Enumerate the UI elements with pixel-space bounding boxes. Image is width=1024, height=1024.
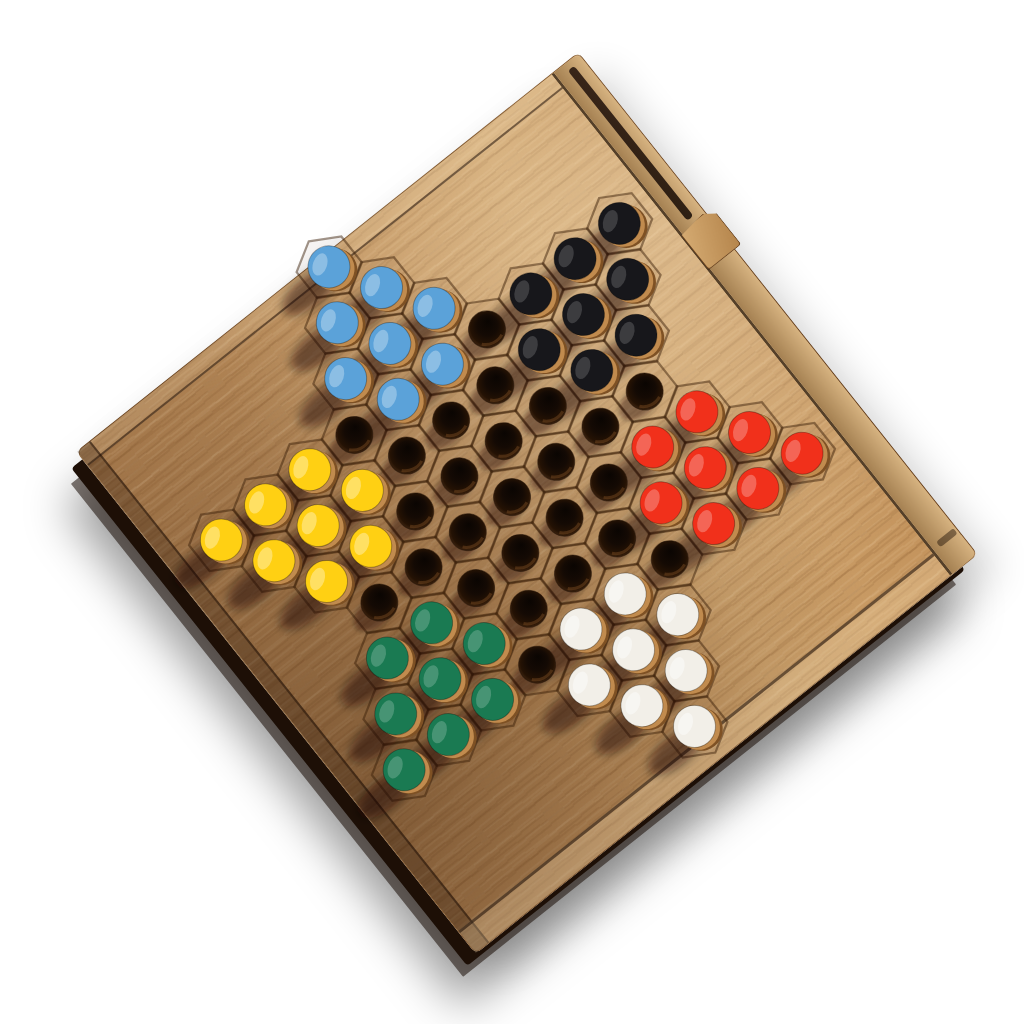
game-board [76,52,978,954]
photo-scene [0,0,1024,1024]
star-svg [77,53,976,952]
